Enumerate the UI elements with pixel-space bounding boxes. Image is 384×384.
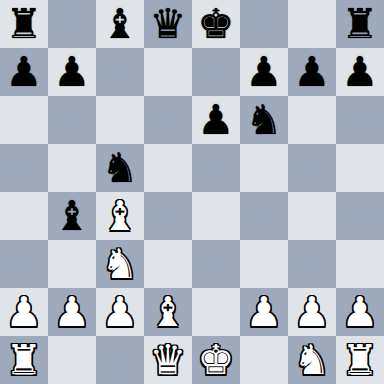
- square-a2[interactable]: ♟: [0, 288, 48, 336]
- white-queen-piece[interactable]: ♛: [150, 336, 187, 384]
- square-b8[interactable]: [48, 0, 96, 48]
- black-bishop-piece[interactable]: ♝: [54, 192, 91, 240]
- square-b1[interactable]: [48, 336, 96, 384]
- square-h6[interactable]: [336, 96, 384, 144]
- square-c8[interactable]: ♝: [96, 0, 144, 48]
- black-rook-piece[interactable]: ♜: [6, 0, 43, 48]
- black-pawn-piece[interactable]: ♟: [6, 48, 43, 96]
- square-b2[interactable]: ♟: [48, 288, 96, 336]
- black-knight-piece[interactable]: ♞: [102, 144, 139, 192]
- square-a1[interactable]: ♜: [0, 336, 48, 384]
- square-g5[interactable]: [288, 144, 336, 192]
- black-king-piece[interactable]: ♚: [198, 0, 235, 48]
- black-pawn-piece[interactable]: ♟: [342, 48, 379, 96]
- square-c5[interactable]: ♞: [96, 144, 144, 192]
- square-h4[interactable]: [336, 192, 384, 240]
- white-rook-piece[interactable]: ♜: [6, 336, 43, 384]
- square-d2[interactable]: ♝: [144, 288, 192, 336]
- black-bishop-piece[interactable]: ♝: [102, 0, 139, 48]
- square-c6[interactable]: [96, 96, 144, 144]
- square-h8[interactable]: ♜: [336, 0, 384, 48]
- square-b3[interactable]: [48, 240, 96, 288]
- white-rook-piece[interactable]: ♜: [342, 336, 379, 384]
- black-pawn-piece[interactable]: ♟: [198, 96, 235, 144]
- square-d1[interactable]: ♛: [144, 336, 192, 384]
- square-g3[interactable]: [288, 240, 336, 288]
- square-h5[interactable]: [336, 144, 384, 192]
- square-d5[interactable]: [144, 144, 192, 192]
- square-c4[interactable]: ♝: [96, 192, 144, 240]
- square-b6[interactable]: [48, 96, 96, 144]
- square-d3[interactable]: [144, 240, 192, 288]
- square-f6[interactable]: ♞: [240, 96, 288, 144]
- square-d6[interactable]: [144, 96, 192, 144]
- square-a3[interactable]: [0, 240, 48, 288]
- square-f5[interactable]: [240, 144, 288, 192]
- square-f4[interactable]: [240, 192, 288, 240]
- black-knight-piece[interactable]: ♞: [246, 96, 283, 144]
- square-a5[interactable]: [0, 144, 48, 192]
- white-knight-piece[interactable]: ♞: [294, 336, 331, 384]
- black-rook-piece[interactable]: ♜: [342, 0, 379, 48]
- square-h2[interactable]: ♟: [336, 288, 384, 336]
- white-pawn-piece[interactable]: ♟: [342, 288, 379, 336]
- square-g6[interactable]: [288, 96, 336, 144]
- square-d8[interactable]: ♛: [144, 0, 192, 48]
- square-f7[interactable]: ♟: [240, 48, 288, 96]
- square-e1[interactable]: ♚: [192, 336, 240, 384]
- white-pawn-piece[interactable]: ♟: [54, 288, 91, 336]
- square-g2[interactable]: ♟: [288, 288, 336, 336]
- square-g7[interactable]: ♟: [288, 48, 336, 96]
- white-pawn-piece[interactable]: ♟: [6, 288, 43, 336]
- white-knight-piece[interactable]: ♞: [102, 240, 139, 288]
- square-f2[interactable]: ♟: [240, 288, 288, 336]
- square-c3[interactable]: ♞: [96, 240, 144, 288]
- square-g8[interactable]: [288, 0, 336, 48]
- square-d7[interactable]: [144, 48, 192, 96]
- square-c2[interactable]: ♟: [96, 288, 144, 336]
- square-f1[interactable]: [240, 336, 288, 384]
- square-h7[interactable]: ♟: [336, 48, 384, 96]
- square-a8[interactable]: ♜: [0, 0, 48, 48]
- black-queen-piece[interactable]: ♛: [150, 0, 187, 48]
- square-c7[interactable]: [96, 48, 144, 96]
- black-pawn-piece[interactable]: ♟: [54, 48, 91, 96]
- square-g4[interactable]: [288, 192, 336, 240]
- square-b5[interactable]: [48, 144, 96, 192]
- square-a7[interactable]: ♟: [0, 48, 48, 96]
- white-pawn-piece[interactable]: ♟: [102, 288, 139, 336]
- white-pawn-piece[interactable]: ♟: [246, 288, 283, 336]
- square-h1[interactable]: ♜: [336, 336, 384, 384]
- white-bishop-piece[interactable]: ♝: [102, 192, 139, 240]
- black-pawn-piece[interactable]: ♟: [294, 48, 331, 96]
- square-f3[interactable]: [240, 240, 288, 288]
- square-h3[interactable]: [336, 240, 384, 288]
- square-c1[interactable]: [96, 336, 144, 384]
- square-e8[interactable]: ♚: [192, 0, 240, 48]
- square-e2[interactable]: [192, 288, 240, 336]
- square-a6[interactable]: [0, 96, 48, 144]
- white-bishop-piece[interactable]: ♝: [150, 288, 187, 336]
- square-g1[interactable]: ♞: [288, 336, 336, 384]
- white-king-piece[interactable]: ♚: [198, 336, 235, 384]
- white-pawn-piece[interactable]: ♟: [294, 288, 331, 336]
- square-b7[interactable]: ♟: [48, 48, 96, 96]
- square-f8[interactable]: [240, 0, 288, 48]
- square-d4[interactable]: [144, 192, 192, 240]
- chess-board: ♜♝♛♚♜♟♟♟♟♟♟♞♞♝♝♞♟♟♟♝♟♟♟♜♛♚♞♜: [0, 0, 384, 384]
- square-a4[interactable]: [0, 192, 48, 240]
- square-e7[interactable]: [192, 48, 240, 96]
- square-e4[interactable]: [192, 192, 240, 240]
- square-b4[interactable]: ♝: [48, 192, 96, 240]
- square-e5[interactable]: [192, 144, 240, 192]
- square-e3[interactable]: [192, 240, 240, 288]
- square-e6[interactable]: ♟: [192, 96, 240, 144]
- black-pawn-piece[interactable]: ♟: [246, 48, 283, 96]
